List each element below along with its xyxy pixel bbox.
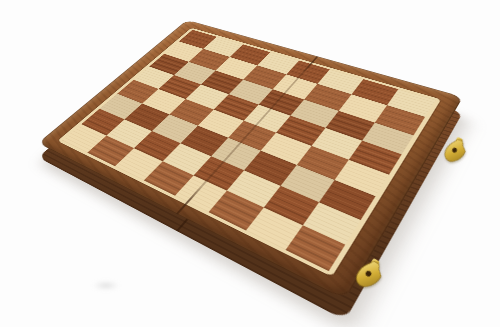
background-smudge xyxy=(92,281,120,290)
product-photo-stage xyxy=(0,0,500,327)
